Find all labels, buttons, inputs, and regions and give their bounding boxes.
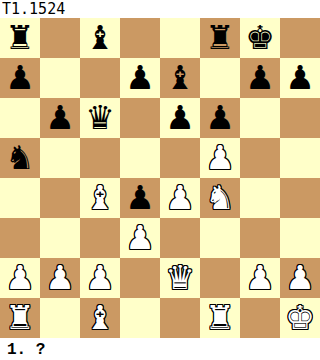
black-knight-piece: ♞ bbox=[5, 138, 35, 178]
square-a4[interactable] bbox=[0, 178, 40, 218]
square-c8[interactable]: ♝ bbox=[80, 18, 120, 58]
black-pawn-piece: ♟ bbox=[285, 58, 315, 98]
square-d2[interactable] bbox=[120, 258, 160, 298]
square-h3[interactable] bbox=[280, 218, 320, 258]
square-h4[interactable] bbox=[280, 178, 320, 218]
move-prompt: 1. ? bbox=[0, 338, 320, 360]
square-g1[interactable] bbox=[240, 298, 280, 338]
square-h8[interactable] bbox=[280, 18, 320, 58]
square-a3[interactable] bbox=[0, 218, 40, 258]
square-c2[interactable]: ♟ bbox=[80, 258, 120, 298]
black-queen-piece: ♛ bbox=[85, 98, 115, 138]
square-d5[interactable] bbox=[120, 138, 160, 178]
square-e7[interactable]: ♝ bbox=[160, 58, 200, 98]
white-knight-piece: ♞ bbox=[205, 178, 235, 218]
black-pawn-piece: ♟ bbox=[45, 98, 75, 138]
square-a6[interactable] bbox=[0, 98, 40, 138]
square-a7[interactable]: ♟ bbox=[0, 58, 40, 98]
square-h5[interactable] bbox=[280, 138, 320, 178]
white-bishop-piece: ♝ bbox=[85, 178, 115, 218]
square-f8[interactable]: ♜ bbox=[200, 18, 240, 58]
white-rook-piece: ♜ bbox=[5, 298, 35, 338]
square-f7[interactable] bbox=[200, 58, 240, 98]
square-g7[interactable]: ♟ bbox=[240, 58, 280, 98]
square-b4[interactable] bbox=[40, 178, 80, 218]
square-d8[interactable] bbox=[120, 18, 160, 58]
square-b2[interactable]: ♟ bbox=[40, 258, 80, 298]
square-d1[interactable] bbox=[120, 298, 160, 338]
square-e8[interactable] bbox=[160, 18, 200, 58]
square-e2[interactable]: ♛ bbox=[160, 258, 200, 298]
square-e5[interactable] bbox=[160, 138, 200, 178]
chess-board: ♜♝♜♚♟♟♝♟♟♟♛♟♟♞♟♝♟♟♞♟♟♟♟♛♟♟♜♝♜♚ bbox=[0, 18, 320, 338]
square-b8[interactable] bbox=[40, 18, 80, 58]
black-bishop-piece: ♝ bbox=[165, 58, 195, 98]
square-c6[interactable]: ♛ bbox=[80, 98, 120, 138]
square-e3[interactable] bbox=[160, 218, 200, 258]
white-rook-piece: ♜ bbox=[205, 298, 235, 338]
square-b1[interactable] bbox=[40, 298, 80, 338]
square-h2[interactable]: ♟ bbox=[280, 258, 320, 298]
black-pawn-piece: ♟ bbox=[125, 178, 155, 218]
square-h6[interactable] bbox=[280, 98, 320, 138]
square-c1[interactable]: ♝ bbox=[80, 298, 120, 338]
square-a8[interactable]: ♜ bbox=[0, 18, 40, 58]
square-g8[interactable]: ♚ bbox=[240, 18, 280, 58]
square-h7[interactable]: ♟ bbox=[280, 58, 320, 98]
square-g6[interactable] bbox=[240, 98, 280, 138]
square-a5[interactable]: ♞ bbox=[0, 138, 40, 178]
black-rook-piece: ♜ bbox=[205, 18, 235, 58]
square-d7[interactable]: ♟ bbox=[120, 58, 160, 98]
square-f1[interactable]: ♜ bbox=[200, 298, 240, 338]
black-pawn-piece: ♟ bbox=[245, 58, 275, 98]
square-c7[interactable] bbox=[80, 58, 120, 98]
square-b3[interactable] bbox=[40, 218, 80, 258]
square-g3[interactable] bbox=[240, 218, 280, 258]
square-e1[interactable] bbox=[160, 298, 200, 338]
square-d3[interactable]: ♟ bbox=[120, 218, 160, 258]
square-c4[interactable]: ♝ bbox=[80, 178, 120, 218]
square-b6[interactable]: ♟ bbox=[40, 98, 80, 138]
square-f2[interactable] bbox=[200, 258, 240, 298]
square-a2[interactable]: ♟ bbox=[0, 258, 40, 298]
square-f4[interactable]: ♞ bbox=[200, 178, 240, 218]
square-a1[interactable]: ♜ bbox=[0, 298, 40, 338]
black-pawn-piece: ♟ bbox=[5, 58, 35, 98]
white-pawn-piece: ♟ bbox=[45, 258, 75, 298]
black-pawn-piece: ♟ bbox=[205, 98, 235, 138]
square-f3[interactable] bbox=[200, 218, 240, 258]
square-g2[interactable]: ♟ bbox=[240, 258, 280, 298]
square-c5[interactable] bbox=[80, 138, 120, 178]
black-pawn-piece: ♟ bbox=[165, 98, 195, 138]
black-pawn-piece: ♟ bbox=[125, 58, 155, 98]
square-h1[interactable]: ♚ bbox=[280, 298, 320, 338]
puzzle-title: T1.1524 bbox=[0, 0, 320, 18]
square-c3[interactable] bbox=[80, 218, 120, 258]
white-pawn-piece: ♟ bbox=[165, 178, 195, 218]
white-pawn-piece: ♟ bbox=[285, 258, 315, 298]
black-king-piece: ♚ bbox=[245, 18, 275, 58]
square-g4[interactable] bbox=[240, 178, 280, 218]
square-f5[interactable]: ♟ bbox=[200, 138, 240, 178]
white-pawn-piece: ♟ bbox=[245, 258, 275, 298]
black-bishop-piece: ♝ bbox=[85, 18, 115, 58]
white-pawn-piece: ♟ bbox=[85, 258, 115, 298]
square-e4[interactable]: ♟ bbox=[160, 178, 200, 218]
square-g5[interactable] bbox=[240, 138, 280, 178]
black-rook-piece: ♜ bbox=[5, 18, 35, 58]
square-e6[interactable]: ♟ bbox=[160, 98, 200, 138]
square-d6[interactable] bbox=[120, 98, 160, 138]
square-f6[interactable]: ♟ bbox=[200, 98, 240, 138]
square-b5[interactable] bbox=[40, 138, 80, 178]
white-bishop-piece: ♝ bbox=[85, 298, 115, 338]
white-queen-piece: ♛ bbox=[165, 258, 195, 298]
square-b7[interactable] bbox=[40, 58, 80, 98]
white-pawn-piece: ♟ bbox=[5, 258, 35, 298]
white-pawn-piece: ♟ bbox=[125, 218, 155, 258]
square-d4[interactable]: ♟ bbox=[120, 178, 160, 218]
white-king-piece: ♚ bbox=[285, 298, 315, 338]
white-pawn-piece: ♟ bbox=[205, 138, 235, 178]
